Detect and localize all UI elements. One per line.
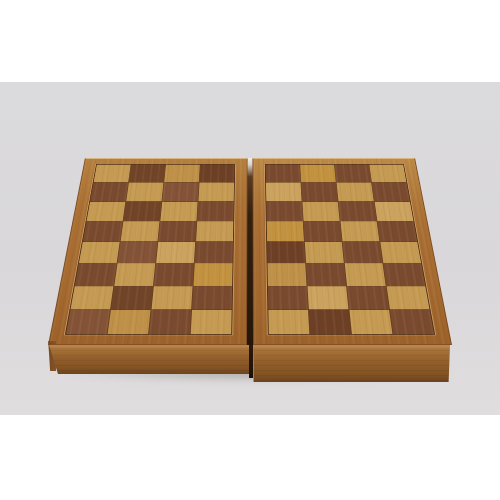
board-square-r5c8 [380, 242, 421, 263]
board-square-r8c8 [390, 310, 434, 334]
chessboard-top-surface [48, 158, 452, 345]
board-square-r8c7 [349, 310, 392, 334]
board-square-r3c3 [160, 202, 197, 221]
board-square-r4c3 [158, 221, 196, 241]
board-square-r2c6 [301, 183, 337, 201]
board-square-r5c1 [79, 242, 120, 263]
board-square-r5c6 [305, 242, 344, 263]
board-left-half-grid [65, 164, 235, 335]
board-square-r4c6 [304, 221, 342, 241]
board-square-r1c5 [266, 165, 301, 183]
board-square-r1c3 [164, 165, 200, 183]
board-square-r3c1 [87, 202, 126, 221]
board-square-r3c2 [124, 202, 162, 221]
board-square-r7c7 [347, 286, 389, 309]
board-square-r5c4 [195, 242, 233, 263]
board-square-r8c1 [66, 310, 110, 334]
box-front-face-right [253, 345, 450, 382]
board-square-r6c8 [383, 263, 425, 285]
board-square-r1c8 [369, 165, 406, 183]
board-square-r6c7 [345, 263, 386, 285]
board-square-r3c5 [266, 202, 302, 221]
board-square-r4c1 [83, 221, 123, 241]
board-square-r7c6 [307, 286, 348, 309]
board-square-r7c5 [268, 286, 308, 309]
board-square-r6c2 [114, 263, 155, 285]
board-square-r2c8 [372, 183, 410, 201]
board-square-r7c1 [71, 286, 114, 309]
board-square-r4c4 [196, 221, 233, 241]
board-square-r7c8 [387, 286, 430, 309]
board-square-r5c2 [118, 242, 158, 263]
board-square-r6c1 [75, 263, 117, 285]
board-right-half-grid [265, 164, 435, 335]
board-square-r2c1 [90, 183, 128, 201]
board-square-r8c6 [309, 310, 351, 334]
board-square-r6c4 [193, 263, 232, 285]
board-square-r6c5 [267, 263, 306, 285]
board-square-r2c4 [198, 183, 234, 201]
board-square-r8c5 [268, 310, 309, 334]
board-square-r3c8 [375, 202, 414, 221]
board-square-r1c7 [335, 165, 371, 183]
board-square-r4c2 [121, 221, 160, 241]
board-square-r6c6 [306, 263, 346, 285]
board-square-r2c2 [126, 183, 163, 201]
board-square-r7c4 [192, 286, 232, 309]
board-square-r7c3 [152, 286, 193, 309]
board-square-r6c3 [154, 263, 194, 285]
board-square-r7c2 [111, 286, 153, 309]
board-square-r8c3 [149, 310, 191, 334]
board-square-r2c7 [337, 183, 374, 201]
board-square-r8c2 [108, 310, 151, 334]
board-square-r3c6 [302, 202, 339, 221]
box-front-fold-gap [249, 345, 253, 378]
board-square-r4c7 [341, 221, 380, 241]
board-square-r1c1 [94, 165, 131, 183]
board-square-r1c4 [200, 165, 235, 183]
photo-stage [0, 0, 500, 500]
board-square-r2c3 [162, 183, 198, 201]
board-square-r8c4 [191, 310, 232, 334]
board-square-r3c7 [339, 202, 377, 221]
board-square-r4c5 [267, 221, 304, 241]
board-square-r1c6 [300, 165, 336, 183]
board-square-r5c5 [267, 242, 305, 263]
board-square-r5c7 [343, 242, 383, 263]
board-square-r4c8 [377, 221, 417, 241]
board-square-r1c2 [129, 165, 165, 183]
board-square-r2c5 [266, 183, 302, 201]
board-square-r3c4 [197, 202, 233, 221]
board-square-r5c3 [156, 242, 195, 263]
box-front-face-left [49, 345, 249, 374]
